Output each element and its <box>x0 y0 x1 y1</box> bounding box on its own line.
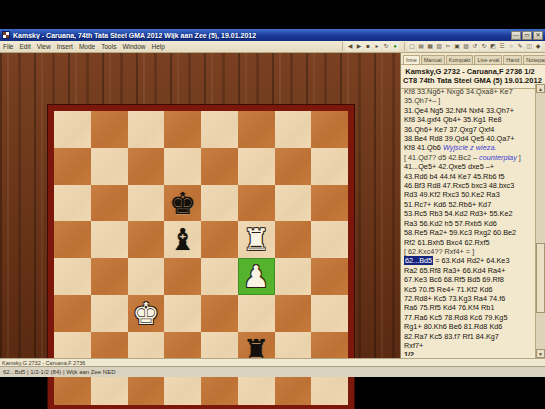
prev-move-icon[interactable]: ◀ <box>346 42 354 51</box>
move-text[interactable]: Ra6 75.Rf5 Kd4 76.Kf4 Rb1 <box>404 303 494 312</box>
status-bar-info: 62...Bd5 | 1/2-1/2 (84) | Wijk aan Zee N… <box>0 366 545 377</box>
stop-icon[interactable]: ■ <box>364 42 372 51</box>
white-pawn[interactable]: ♟ <box>238 258 275 295</box>
square-d8[interactable] <box>164 111 201 148</box>
game-header-players: Kamsky,G 2732 - Caruana,F 2736 1/2 <box>403 67 537 76</box>
move-text[interactable]: 53.Rc5 Rb3 54.Kd2 Rd3+ 55.Ke2 <box>404 209 513 218</box>
square-d3[interactable] <box>164 295 201 332</box>
menu-file[interactable]: File <box>3 43 13 50</box>
square-g4[interactable] <box>275 258 312 295</box>
notation-icon[interactable]: ☰ <box>498 42 506 51</box>
white-rook[interactable]: ♜ <box>238 221 275 258</box>
move-text[interactable]: Kc5 70.f5 Re4+ 71.Kf2 Kd6 <box>404 285 493 294</box>
play-icon[interactable]: ▸ <box>373 42 381 51</box>
settings-icon[interactable]: ✎ <box>516 42 524 51</box>
scroll-up-icon[interactable]: ▲ <box>536 84 545 93</box>
square-e3[interactable] <box>201 295 238 332</box>
square-h4[interactable] <box>311 258 348 295</box>
move-text[interactable]: Kf8 33.Ng6+ Nxg6 34.Qxa8+ Ke7 <box>404 87 513 96</box>
square-e8[interactable] <box>201 111 238 148</box>
menu-items: FileEditViewInsertModeToolsWindowHelp <box>3 43 171 50</box>
tab-notepad[interactable]: Notepad <box>523 55 545 64</box>
info-icon[interactable]: ◆ <box>534 42 542 51</box>
square-b6[interactable] <box>91 185 128 222</box>
move-text[interactable]: 58.Re5 Ra2+ 59.Kc3 Rxg2 60.Be2 <box>404 228 516 237</box>
notation-line: Kc5 70.f5 Re4+ 71.Kf2 Kd6 <box>404 285 534 294</box>
tab-live-eval[interactable]: Live eval <box>474 55 502 64</box>
square-f6[interactable] <box>238 185 275 222</box>
notation-line: [ 62.Kxc4?? Rxf4+ = ] <box>404 247 534 256</box>
notation-line: 62...Bd5 = 63.Kd4 Rd2+ 64.Ke3 <box>404 256 534 265</box>
notation-line: 35.Qh7+– ] <box>404 96 534 105</box>
square-g8[interactable] <box>275 111 312 148</box>
annotation-text[interactable]: counterplay <box>479 153 517 162</box>
square-h3[interactable] <box>311 295 348 332</box>
menu-help[interactable]: Help <box>152 43 165 50</box>
video-frame: Kamsky - Caruana, 74th Tata Steel GMA 20… <box>0 0 545 409</box>
move-text[interactable]: Kf8 41.Qb6 <box>404 143 443 152</box>
search-icon[interactable]: ○ <box>507 42 515 51</box>
scroll-down-icon[interactable]: ▼ <box>536 349 545 358</box>
notation-line: 46.Bf3 Rd8 47.Rxc5 bxc3 48.bxc3 <box>404 181 534 190</box>
menu-window[interactable]: Window <box>122 43 145 50</box>
menu-edit[interactable]: Edit <box>19 43 30 50</box>
square-e4[interactable] <box>201 258 238 295</box>
notation-line: Ra6 75.Rf5 Kd4 76.Kf4 Rb1 <box>404 303 534 312</box>
square-c7[interactable] <box>128 148 165 185</box>
square-f8[interactable] <box>238 111 275 148</box>
game-header: Kamsky,G 2732 - Caruana,F 2736 1/2 CT8 7… <box>401 65 545 89</box>
square-d5[interactable]: ♝ <box>164 221 201 258</box>
notation-line: 58.Re5 Ra2+ 59.Kc3 Rxg2 60.Be2 <box>404 228 534 237</box>
notation-line: Ra3 56.Kd2 h5 57.Rxb5 Kd6 <box>404 219 534 228</box>
square-b4[interactable] <box>91 258 128 295</box>
notation-line: Kf8 34.gxf4 Qb4+ 35.Kg1 Re8 <box>404 115 534 124</box>
board-setup-icon[interactable]: ◩ <box>489 42 497 51</box>
undo-icon[interactable]: ↺ <box>471 42 479 51</box>
white-king[interactable]: ♚ <box>128 295 165 332</box>
tab-manual[interactable]: Manual <box>421 55 445 64</box>
square-e5[interactable] <box>201 221 238 258</box>
menu-mode[interactable]: Mode <box>79 43 95 50</box>
move-list: Kf8 33.Ng6+ Nxg6 34.Qxa8+ Ke735.Qh7+– ]3… <box>404 87 534 356</box>
move-text[interactable]: Rf2 61.Bxh5 Bxc4 62.Rxf5 <box>404 238 490 247</box>
move-text[interactable]: 38.Be4 Rd8 39.Qd4 Qe5 40.Qa7+ <box>404 134 515 143</box>
notation-line: 1/2 <box>404 350 534 356</box>
black-bishop[interactable]: ♝ <box>164 221 201 258</box>
annotation-text[interactable]: Wyjscie z wieza. <box>443 143 497 152</box>
square-f7[interactable] <box>238 148 275 185</box>
menu-insert[interactable]: Insert <box>57 43 73 50</box>
square-d7[interactable] <box>164 148 201 185</box>
notation-line: Rf2 61.Bxh5 Bxc4 62.Rxf5 <box>404 238 534 247</box>
square-g3[interactable] <box>275 295 312 332</box>
cut-icon[interactable]: ✂ <box>444 42 452 51</box>
square-e7[interactable] <box>201 148 238 185</box>
move-text[interactable]: Kf8 34.gxf4 Qb4+ 35.Kg1 Re8 <box>404 115 502 124</box>
move-text[interactable]: 72.Rd8+ Kc5 73.Kg3 Ra4 74.f6 <box>404 294 505 303</box>
square-a3[interactable] <box>54 295 91 332</box>
new-game-icon[interactable]: ▢ <box>408 42 416 51</box>
tab-kompakt[interactable]: Kompakt <box>446 55 474 64</box>
move-text[interactable]: 82.Ra7 Kc5 83.f7 Rf1 84.Kg7 <box>404 332 499 341</box>
move-text[interactable]: Ra3 56.Kd2 h5 57.Rxb5 Kd6 <box>404 219 497 228</box>
square-b5[interactable] <box>91 221 128 258</box>
move-text[interactable]: 43.Rd6 b4 44.f4 Ke7 45.Rb6 f5 <box>404 172 505 181</box>
app-icon <box>2 31 10 39</box>
square-c6[interactable] <box>128 185 165 222</box>
move-text[interactable]: Rg1+ 80.Kh6 Be6 81.Rd8 Kd6 <box>404 322 502 331</box>
move-text[interactable]: 67.Ke3 Bc6 68.Rf5 Bd5 69.Rf8 <box>404 275 504 284</box>
notation-line: 72.Rd8+ Kc5 73.Kg3 Ra4 74.f6 <box>404 294 534 303</box>
minimize-icon[interactable]: — <box>511 31 521 40</box>
toolbar: ◀▶■▸↻●▢▤▦▥✂▣▨↺↻◩☰○✎◫◆ <box>342 42 542 51</box>
notation-line: [ 41.Qd7? d5 42.Bc2 – counterplay ] <box>404 153 534 162</box>
notation-line: Rg1+ 80.Kh6 Be6 81.Rd8 Kd6 <box>404 322 534 331</box>
print-icon[interactable]: ▥ <box>435 42 443 51</box>
refresh-icon[interactable]: ↻ <box>382 42 390 51</box>
square-a5[interactable] <box>54 221 91 258</box>
move-text[interactable]: [ 62.Kxc4?? Rxf4+ = ] <box>404 247 474 256</box>
square-g5[interactable] <box>275 221 312 258</box>
move-text[interactable]: 41...Qe5+ 42.Qxe5 dxe5 –+ <box>404 162 494 171</box>
square-h5[interactable] <box>311 221 348 258</box>
notation-line: 51.Rc7+ Kd6 52.Rb6+ Kd7 <box>404 200 534 209</box>
redo-icon[interactable]: ↻ <box>480 42 488 51</box>
move-text[interactable]: 51.Rc7+ Kd6 52.Rb6+ Kd7 <box>404 200 491 209</box>
square-h6[interactable] <box>311 185 348 222</box>
engine-on-icon[interactable]: ● <box>391 42 399 51</box>
square-b7[interactable] <box>91 148 128 185</box>
move-text[interactable]: Rd3 49.Kf2 Rxc3 50.Ke2 Ra3 <box>404 190 500 199</box>
save-icon[interactable]: ▦ <box>426 42 434 51</box>
notation-line: 77.Ra6 Kc5 78.Rd8 Kc6 79.Kg5 <box>404 313 534 322</box>
notation-line: Ra2 65.Rf8 Ra3+ 66.Kd4 Ra4+ <box>404 266 534 275</box>
tab-inne[interactable]: Inne <box>403 55 420 64</box>
tab-hand[interactable]: Hand <box>503 55 522 64</box>
move-text[interactable]: 36.Qh6+ Ke7 37.Qxg7 Qxf4 <box>404 125 494 134</box>
square-f4[interactable]: ♟ <box>238 258 275 295</box>
notation-panel: InneManualKompaktLive evalHandNotepad Ka… <box>400 53 545 358</box>
notation-line: 67.Ke3 Bc6 68.Rf5 Bd5 69.Rf8 <box>404 275 534 284</box>
move-text[interactable]: 46.Bf3 Rd8 47.Rxc5 bxc3 48.bxc3 <box>404 181 514 190</box>
menu-bar: FileEditViewInsertModeToolsWindowHelp ◀▶… <box>0 41 545 53</box>
move-text[interactable]: Ra2 65.Rf8 Ra3+ 66.Kd4 Ra4+ <box>404 266 505 275</box>
move-text[interactable]: 31.Qe4 Ng5 32.Nf4 Nxf4 33.Qh7+ <box>404 106 514 115</box>
paste-icon[interactable]: ▨ <box>462 42 470 51</box>
square-e6[interactable] <box>201 185 238 222</box>
close-icon[interactable]: ✕ <box>533 31 543 40</box>
square-a4[interactable] <box>54 258 91 295</box>
panel-tabs: InneManualKompaktLive evalHandNotepad <box>401 53 545 65</box>
notation-line: Kf8 41.Qb6 Wyjscie z wieza. <box>404 143 534 152</box>
status-bar-game: Kamsky,G 2732 - Caruana,F 2736 <box>0 358 545 366</box>
square-c8[interactable] <box>128 111 165 148</box>
notation-line: 31.Qe4 Ng5 32.Nf4 Nxf4 33.Qh7+ <box>404 106 534 115</box>
board-background-wood: ♚♝♜♟♚♜ <box>0 53 400 358</box>
square-a6[interactable] <box>54 185 91 222</box>
move-text[interactable]: [ 41.Qd7? d5 42.Bc2 – <box>404 153 479 162</box>
square-b8[interactable] <box>91 111 128 148</box>
notation-line: Rd3 49.Kf2 Rxc3 50.Ke2 Ra3 <box>404 190 534 199</box>
copy-icon[interactable]: ▣ <box>453 42 461 51</box>
menu-tools[interactable]: Tools <box>101 43 116 50</box>
move-text[interactable]: Rxf7+ <box>404 341 423 350</box>
notation-line: Rxf7+ <box>404 341 534 350</box>
square-d6[interactable]: ♚ <box>164 185 201 222</box>
square-f5[interactable]: ♜ <box>238 221 275 258</box>
square-a8[interactable] <box>54 111 91 148</box>
menu-view[interactable]: View <box>37 43 51 50</box>
scroll-thumb[interactable] <box>536 243 545 313</box>
notation-line: 36.Qh6+ Ke7 37.Qxg7 Qxf4 <box>404 125 534 134</box>
square-g6[interactable] <box>275 185 312 222</box>
square-c3[interactable]: ♚ <box>128 295 165 332</box>
window-controls: —▭✕ <box>511 31 543 40</box>
window-title: Kamsky - Caruana, 74th Tata Steel GMA 20… <box>13 32 511 39</box>
title-bar: Kamsky - Caruana, 74th Tata Steel GMA 20… <box>0 29 545 41</box>
square-d4[interactable] <box>164 258 201 295</box>
notation-line: 38.Be4 Rd8 39.Qd4 Qe5 40.Qa7+ <box>404 134 534 143</box>
window-icon[interactable]: ◫ <box>525 42 533 51</box>
square-h7[interactable] <box>311 148 348 185</box>
square-b3[interactable] <box>91 295 128 332</box>
maximize-icon[interactable]: ▭ <box>522 31 532 40</box>
selected-move[interactable]: 62...Bd5 <box>404 256 433 265</box>
notation-line: Kf8 33.Ng6+ Nxg6 34.Qxa8+ Ke7 <box>404 87 534 96</box>
game-header-event: CT8 74th Tata Steel GMA (5) 19.01.2012 <box>403 76 537 85</box>
move-text[interactable]: 77.Ra6 Kc5 78.Rd8 Kc6 79.Kg5 <box>404 313 507 322</box>
square-h8[interactable] <box>311 111 348 148</box>
notation-line: 43.Rd6 b4 44.f4 Ke7 45.Rb6 f5 <box>404 172 534 181</box>
square-c4[interactable] <box>128 258 165 295</box>
notation-line: 53.Rc5 Rb3 54.Kd2 Rd3+ 55.Ke2 <box>404 209 534 218</box>
open-icon[interactable]: ▤ <box>417 42 425 51</box>
next-move-icon[interactable]: ▶ <box>355 42 363 51</box>
notation-line: 41...Qe5+ 42.Qxe5 dxe5 –+ <box>404 162 534 171</box>
square-a7[interactable] <box>54 148 91 185</box>
notation-line: 82.Ra7 Kc5 83.f7 Rf1 84.Kg7 <box>404 332 534 341</box>
move-text[interactable]: 1/2 <box>404 350 414 356</box>
move-text[interactable]: 35.Qh7+– ] <box>404 96 440 105</box>
move-text[interactable]: = 63.Kd4 Rd2+ 64.Ke3 <box>433 256 509 265</box>
square-f3[interactable] <box>238 295 275 332</box>
notation-scrollbar[interactable]: ▲ ▼ <box>535 84 545 358</box>
move-text[interactable]: ] <box>517 153 521 162</box>
square-c5[interactable] <box>128 221 165 258</box>
black-king[interactable]: ♚ <box>164 185 201 222</box>
square-g7[interactable] <box>275 148 312 185</box>
